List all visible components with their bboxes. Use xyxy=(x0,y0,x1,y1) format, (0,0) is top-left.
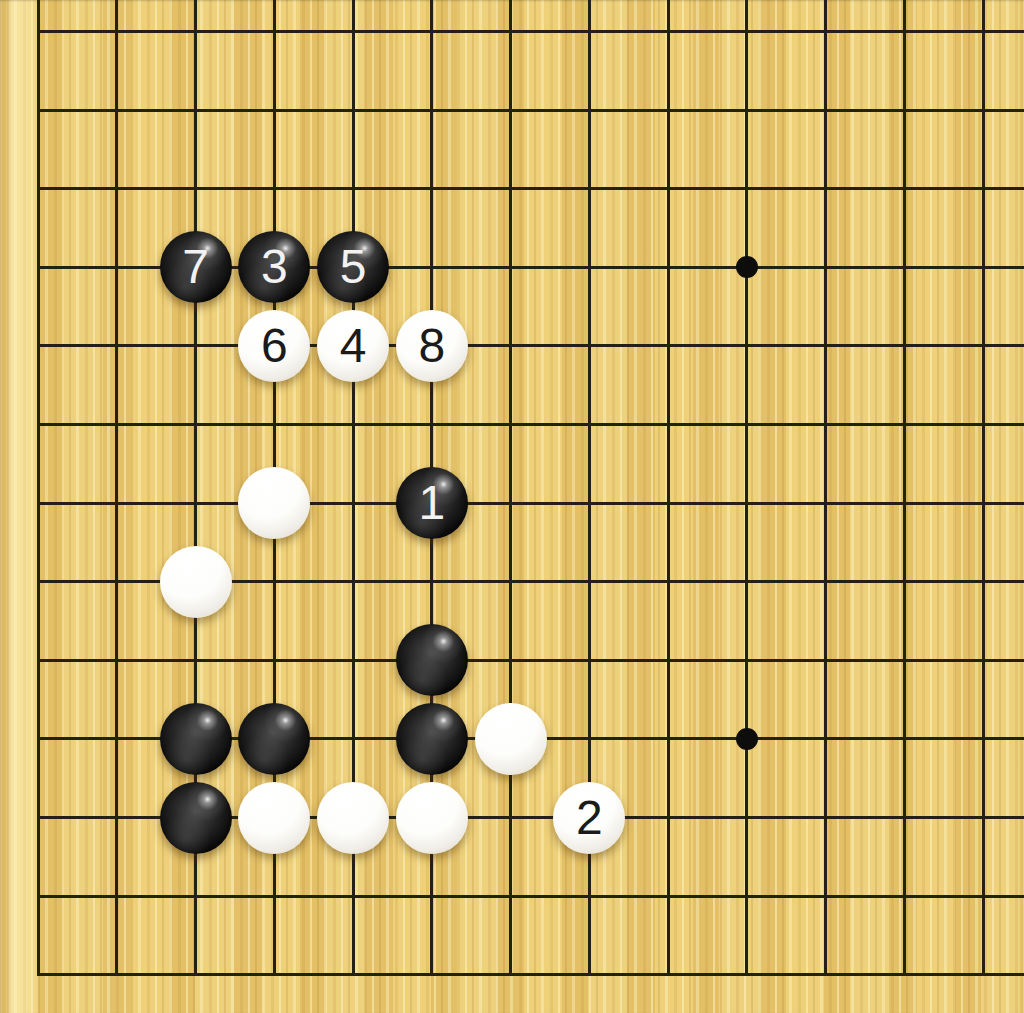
white-stone xyxy=(238,467,310,539)
move-number-label: 1 xyxy=(418,479,445,527)
grid-line-horizontal xyxy=(37,895,1024,898)
move-number-label: 8 xyxy=(418,322,445,370)
grid-line-vertical xyxy=(982,0,985,976)
grid-line-vertical xyxy=(509,0,512,976)
white-stone-move-6: 6 xyxy=(238,310,310,382)
grid-line-horizontal xyxy=(37,109,1024,112)
white-stone xyxy=(160,546,232,618)
star-point xyxy=(736,728,758,750)
grid-line-horizontal xyxy=(37,659,1024,662)
black-stone-move-1: 1 xyxy=(396,467,468,539)
black-stone xyxy=(396,624,468,696)
white-stone-move-4: 4 xyxy=(317,310,389,382)
grid-line-horizontal xyxy=(37,30,1024,33)
black-stone-move-5: 5 xyxy=(317,231,389,303)
white-stone xyxy=(396,782,468,854)
move-number-label: 2 xyxy=(576,794,603,842)
grid-line-vertical xyxy=(37,0,40,976)
black-stone xyxy=(160,703,232,775)
black-stone xyxy=(396,703,468,775)
grid-line-vertical xyxy=(745,0,748,976)
move-number-label: 4 xyxy=(340,322,367,370)
white-stone xyxy=(475,703,547,775)
grid-line-horizontal xyxy=(37,423,1024,426)
grid-line-vertical xyxy=(667,0,670,976)
black-stone xyxy=(238,703,310,775)
grid-line-vertical xyxy=(824,0,827,976)
black-stone-move-7: 7 xyxy=(160,231,232,303)
grid-line-horizontal xyxy=(37,344,1024,347)
grid-line-horizontal xyxy=(37,502,1024,505)
white-stone-move-8: 8 xyxy=(396,310,468,382)
move-number-label: 5 xyxy=(340,243,367,291)
black-stone xyxy=(160,782,232,854)
go-board: 73564812 xyxy=(0,0,1024,1013)
grid-line-horizontal xyxy=(37,187,1024,190)
grid-line-vertical xyxy=(903,0,906,976)
star-point xyxy=(736,256,758,278)
white-stone xyxy=(238,782,310,854)
black-stone-move-3: 3 xyxy=(238,231,310,303)
grid-line-horizontal xyxy=(37,973,1024,976)
move-number-label: 3 xyxy=(261,243,288,291)
move-number-label: 6 xyxy=(261,322,288,370)
screenshot-root: 73564812 xyxy=(0,0,1024,1013)
grid-line-vertical xyxy=(115,0,118,976)
move-number-label: 7 xyxy=(182,243,209,291)
white-stone xyxy=(317,782,389,854)
white-stone-move-2: 2 xyxy=(553,782,625,854)
